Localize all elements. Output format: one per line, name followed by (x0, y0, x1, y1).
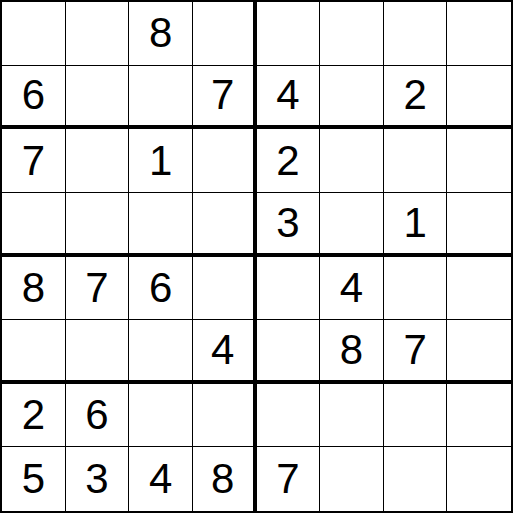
cell-r8c2[interactable]: 3 (66, 447, 130, 511)
cell-r3c4[interactable] (193, 129, 257, 193)
cell-r6c3[interactable] (129, 320, 193, 384)
cell-r2c7[interactable]: 2 (384, 66, 448, 130)
cell-r7c8[interactable] (447, 384, 511, 448)
cell-r1c6[interactable] (320, 2, 384, 66)
cell-r5c7[interactable] (384, 257, 448, 321)
cell-r7c5[interactable] (257, 384, 321, 448)
cell-r6c7[interactable]: 7 (384, 320, 448, 384)
cell-r6c8[interactable] (447, 320, 511, 384)
cell-r3c3[interactable]: 1 (129, 129, 193, 193)
cell-r8c8[interactable] (447, 447, 511, 511)
cell-r2c1[interactable]: 6 (2, 66, 66, 130)
cell-r8c4[interactable]: 8 (193, 447, 257, 511)
cell-r5c5[interactable] (257, 257, 321, 321)
cell-r5c8[interactable] (447, 257, 511, 321)
cell-r1c4[interactable] (193, 2, 257, 66)
cell-r2c6[interactable] (320, 66, 384, 130)
cell-r1c5[interactable] (257, 2, 321, 66)
cell-r4c4[interactable] (193, 193, 257, 257)
cell-r7c7[interactable] (384, 384, 448, 448)
cell-r6c4[interactable]: 4 (193, 320, 257, 384)
cell-r6c1[interactable] (2, 320, 66, 384)
sudoku-board: 867427123187644872653487 (0, 0, 513, 513)
cell-r5c3[interactable]: 6 (129, 257, 193, 321)
cell-r5c2[interactable]: 7 (66, 257, 130, 321)
cell-r4c5[interactable]: 3 (257, 193, 321, 257)
cell-r7c4[interactable] (193, 384, 257, 448)
cell-r2c8[interactable] (447, 66, 511, 130)
cell-r4c1[interactable] (2, 193, 66, 257)
cell-r6c2[interactable] (66, 320, 130, 384)
cell-r8c7[interactable] (384, 447, 448, 511)
cell-r6c5[interactable] (257, 320, 321, 384)
cell-r2c5[interactable]: 4 (257, 66, 321, 130)
cell-r8c3[interactable]: 4 (129, 447, 193, 511)
cell-r4c6[interactable] (320, 193, 384, 257)
cell-r6c6[interactable]: 8 (320, 320, 384, 384)
cell-r3c5[interactable]: 2 (257, 129, 321, 193)
cell-r4c3[interactable] (129, 193, 193, 257)
cell-r3c8[interactable] (447, 129, 511, 193)
cell-r4c2[interactable] (66, 193, 130, 257)
cell-r8c1[interactable]: 5 (2, 447, 66, 511)
cell-r1c8[interactable] (447, 2, 511, 66)
cell-r7c2[interactable]: 6 (66, 384, 130, 448)
cell-r1c2[interactable] (66, 2, 130, 66)
cell-r1c3[interactable]: 8 (129, 2, 193, 66)
cell-r3c1[interactable]: 7 (2, 129, 66, 193)
cell-r5c1[interactable]: 8 (2, 257, 66, 321)
cell-r3c7[interactable] (384, 129, 448, 193)
cell-r1c1[interactable] (2, 2, 66, 66)
cell-r7c3[interactable] (129, 384, 193, 448)
cell-r3c6[interactable] (320, 129, 384, 193)
cell-r8c6[interactable] (320, 447, 384, 511)
cell-r4c8[interactable] (447, 193, 511, 257)
cell-r1c7[interactable] (384, 2, 448, 66)
cell-r2c4[interactable]: 7 (193, 66, 257, 130)
cell-r3c2[interactable] (66, 129, 130, 193)
cell-r8c5[interactable]: 7 (257, 447, 321, 511)
cell-r2c2[interactable] (66, 66, 130, 130)
cell-r7c6[interactable] (320, 384, 384, 448)
cell-r5c6[interactable]: 4 (320, 257, 384, 321)
cell-r5c4[interactable] (193, 257, 257, 321)
cell-r7c1[interactable]: 2 (2, 384, 66, 448)
cell-r2c3[interactable] (129, 66, 193, 130)
cell-r4c7[interactable]: 1 (384, 193, 448, 257)
